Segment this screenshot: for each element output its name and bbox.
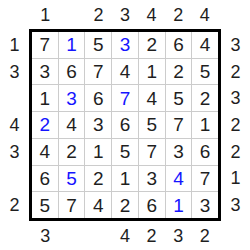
clue-bottom-5: 2	[138, 221, 165, 250]
corner-bottom-left	[0, 221, 29, 250]
cell-r4c4[interactable]: 6	[112, 112, 138, 138]
clue-bottom-7: 2	[191, 221, 218, 250]
cell-r7c1[interactable]: 5	[32, 192, 58, 218]
cell-r2c3[interactable]: 7	[85, 59, 111, 85]
cell-r1c7[interactable]: 4	[192, 32, 218, 58]
cell-r3c4[interactable]: 7	[112, 85, 138, 111]
clue-left-7: 2	[0, 191, 29, 218]
clue-top-5: 4	[138, 0, 165, 29]
clues-top: 123424	[29, 0, 221, 29]
clue-left-2: 3	[0, 59, 29, 86]
cell-r6c6[interactable]: 4	[166, 166, 192, 192]
cell-r4c5[interactable]: 5	[139, 112, 165, 138]
cell-r4c6[interactable]: 7	[166, 112, 192, 138]
corner-top-right	[221, 0, 250, 29]
cell-r6c1[interactable]: 6	[32, 166, 58, 192]
clue-bottom-4: 4	[112, 221, 139, 250]
clue-top-7: 4	[191, 0, 218, 29]
cell-r6c4[interactable]: 1	[112, 166, 138, 192]
clue-right-7: 3	[221, 191, 250, 218]
clues-right: 3232213	[221, 29, 250, 221]
corner-top-left	[0, 0, 29, 29]
cell-r1c3[interactable]: 5	[85, 32, 111, 58]
cell-r7c7[interactable]: 3	[192, 192, 218, 218]
cell-r5c4[interactable]: 5	[112, 139, 138, 165]
cell-r2c1[interactable]: 3	[32, 59, 58, 85]
cell-r5c7[interactable]: 6	[192, 139, 218, 165]
cell-r3c3[interactable]: 6	[85, 85, 111, 111]
clue-left-5: 3	[0, 138, 29, 165]
clue-top-2	[59, 0, 86, 29]
cell-r3c7[interactable]: 2	[192, 85, 218, 111]
cell-r3c5[interactable]: 4	[139, 85, 165, 111]
clue-right-3: 3	[221, 85, 250, 112]
clue-top-1: 1	[32, 0, 59, 29]
clue-top-6: 2	[165, 0, 192, 29]
cell-r2c2[interactable]: 6	[59, 59, 85, 85]
clue-left-1: 1	[0, 32, 29, 59]
cell-r2c5[interactable]: 1	[139, 59, 165, 85]
cell-r4c2[interactable]: 4	[59, 112, 85, 138]
clue-right-5: 2	[221, 138, 250, 165]
cell-r3c2[interactable]: 3	[59, 85, 85, 111]
clue-bottom-2	[59, 221, 86, 250]
clue-bottom-1: 3	[32, 221, 59, 250]
clue-right-6: 1	[221, 165, 250, 192]
cell-r2c6[interactable]: 2	[166, 59, 192, 85]
cell-r1c1[interactable]: 7	[32, 32, 58, 58]
clue-left-4: 4	[0, 112, 29, 139]
cell-r3c6[interactable]: 5	[166, 85, 192, 111]
clues-bottom: 34232	[29, 221, 221, 250]
cell-r7c3[interactable]: 4	[85, 192, 111, 218]
skyscrapers-puzzle: 123424 13432 715326436741251367452243657…	[0, 0, 250, 250]
clue-right-2: 2	[221, 59, 250, 86]
cell-r5c2[interactable]: 2	[59, 139, 85, 165]
cell-r5c6[interactable]: 3	[166, 139, 192, 165]
clue-left-6	[0, 165, 29, 192]
cell-r7c2[interactable]: 7	[59, 192, 85, 218]
clues-left: 13432	[0, 29, 29, 221]
cell-r5c3[interactable]: 1	[85, 139, 111, 165]
cell-r6c7[interactable]: 7	[192, 166, 218, 192]
clue-top-3: 2	[85, 0, 112, 29]
clue-top-4: 3	[112, 0, 139, 29]
clue-bottom-3	[85, 221, 112, 250]
cell-r5c1[interactable]: 4	[32, 139, 58, 165]
cell-r6c5[interactable]: 3	[139, 166, 165, 192]
clue-bottom-6: 3	[165, 221, 192, 250]
cell-r3c1[interactable]: 1	[32, 85, 58, 111]
cell-r1c5[interactable]: 2	[139, 32, 165, 58]
cell-r4c7[interactable]: 1	[192, 112, 218, 138]
cell-r5c5[interactable]: 7	[139, 139, 165, 165]
clue-right-4: 2	[221, 112, 250, 139]
cell-r2c7[interactable]: 5	[192, 59, 218, 85]
cell-r1c6[interactable]: 6	[166, 32, 192, 58]
corner-bottom-right	[221, 221, 250, 250]
cell-r4c1[interactable]: 2	[32, 112, 58, 138]
board: 7153264367412513674522436571421573665213…	[29, 29, 221, 221]
cell-r1c2[interactable]: 1	[59, 32, 85, 58]
clue-right-1: 3	[221, 32, 250, 59]
cell-r7c6[interactable]: 1	[166, 192, 192, 218]
cell-r6c3[interactable]: 2	[85, 166, 111, 192]
cell-r7c4[interactable]: 2	[112, 192, 138, 218]
cell-r2c4[interactable]: 4	[112, 59, 138, 85]
cell-r7c5[interactable]: 6	[139, 192, 165, 218]
cell-r1c4[interactable]: 3	[112, 32, 138, 58]
cell-r4c3[interactable]: 3	[85, 112, 111, 138]
clue-left-3	[0, 85, 29, 112]
cell-r6c2[interactable]: 5	[59, 166, 85, 192]
